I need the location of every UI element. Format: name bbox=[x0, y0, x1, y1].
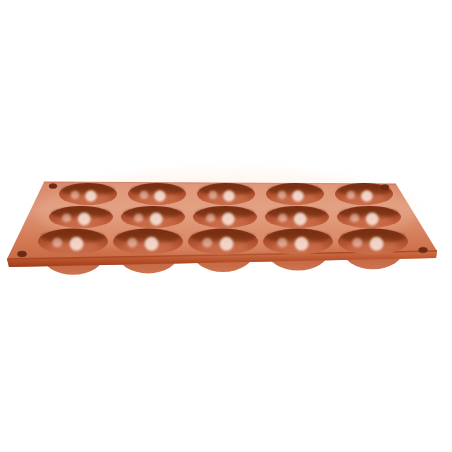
mold-cavity-r2c5 bbox=[337, 206, 401, 228]
mold-cavity-r3c2 bbox=[113, 229, 183, 255]
silicone-mold-photo bbox=[0, 0, 452, 452]
mold-cavity-r3c3 bbox=[188, 229, 258, 255]
mold-cavity-r3c4 bbox=[263, 229, 333, 255]
corner-hole-3 bbox=[17, 251, 26, 257]
mold-cavity-r2c3 bbox=[193, 206, 257, 228]
mold-cavity-r3c1 bbox=[38, 229, 108, 255]
mold-cavity-r2c4 bbox=[265, 206, 329, 228]
corner-hole-4 bbox=[419, 247, 428, 253]
corner-hole-1 bbox=[49, 183, 57, 188]
mold-cavity-r1c2 bbox=[128, 183, 186, 205]
mold-cavity-r2c1 bbox=[49, 206, 113, 228]
mold-cavity-r1c1 bbox=[59, 183, 117, 205]
corner-hole-2 bbox=[381, 184, 389, 189]
mold-cavity-r1c3 bbox=[197, 183, 255, 205]
mold-cavity-r1c4 bbox=[266, 183, 324, 205]
mold-cavity-r3c5 bbox=[338, 229, 408, 255]
mold-cavity-r2c2 bbox=[121, 206, 185, 228]
product-photo-canvas bbox=[0, 0, 452, 452]
